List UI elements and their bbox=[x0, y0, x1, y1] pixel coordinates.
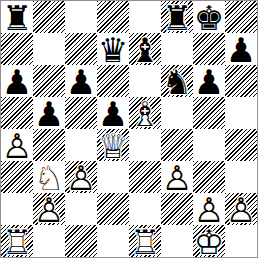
piece-black-pawn[interactable]: ♟♟ bbox=[225, 33, 257, 65]
square-c2[interactable] bbox=[65, 193, 97, 225]
square-e1[interactable]: ♜♖ bbox=[129, 225, 161, 257]
square-f4[interactable] bbox=[161, 129, 193, 161]
piece-black-pawn[interactable]: ♟♟ bbox=[65, 65, 97, 97]
square-f1[interactable] bbox=[161, 225, 193, 257]
square-e3[interactable] bbox=[129, 161, 161, 193]
piece-glyph: ♕ bbox=[98, 129, 128, 163]
piece-black-king[interactable]: ♚♚ bbox=[193, 1, 225, 33]
square-d1[interactable] bbox=[97, 225, 129, 257]
piece-glyph: ♟ bbox=[194, 65, 224, 99]
square-c3[interactable]: ♟♙ bbox=[65, 161, 97, 193]
square-f8[interactable]: ♜♜ bbox=[161, 1, 193, 33]
piece-glyph: ♟ bbox=[226, 33, 256, 67]
square-a5[interactable] bbox=[1, 97, 33, 129]
square-e8[interactable] bbox=[129, 1, 161, 33]
piece-glyph: ♛ bbox=[98, 33, 128, 67]
piece-white-knight[interactable]: ♞♘ bbox=[33, 161, 65, 193]
piece-glyph: ♙ bbox=[162, 161, 192, 195]
square-b5[interactable]: ♟♟ bbox=[33, 97, 65, 129]
piece-glyph: ♟ bbox=[34, 97, 64, 131]
square-d3[interactable] bbox=[97, 161, 129, 193]
piece-glyph: ♟ bbox=[66, 65, 96, 99]
piece-white-pawn[interactable]: ♟♙ bbox=[193, 193, 225, 225]
square-h8[interactable] bbox=[225, 1, 257, 33]
square-d5[interactable]: ♟♟ bbox=[97, 97, 129, 129]
square-h4[interactable] bbox=[225, 129, 257, 161]
square-d2[interactable] bbox=[97, 193, 129, 225]
piece-glyph: ♔ bbox=[194, 225, 224, 258]
square-e4[interactable] bbox=[129, 129, 161, 161]
square-g4[interactable] bbox=[193, 129, 225, 161]
piece-white-pawn[interactable]: ♟♙ bbox=[161, 161, 193, 193]
square-g5[interactable] bbox=[193, 97, 225, 129]
piece-white-king[interactable]: ♚♔ bbox=[193, 225, 225, 257]
piece-glyph: ♞ bbox=[162, 65, 192, 99]
piece-glyph: ♖ bbox=[2, 225, 32, 258]
piece-white-pawn[interactable]: ♟♙ bbox=[1, 129, 33, 161]
piece-glyph: ♙ bbox=[226, 193, 256, 227]
piece-black-bishop[interactable]: ♝♝ bbox=[129, 33, 161, 65]
square-b4[interactable] bbox=[33, 129, 65, 161]
square-b3[interactable]: ♞♘ bbox=[33, 161, 65, 193]
square-g6[interactable]: ♟♟ bbox=[193, 65, 225, 97]
square-h7[interactable]: ♟♟ bbox=[225, 33, 257, 65]
chess-board-frame: ♜♜♜♜♚♚♛♛♝♝♟♟♟♟♟♟♞♞♟♟♟♟♟♟♝♗♟♙♛♕♞♘♟♙♟♙♟♙♟♙… bbox=[0, 0, 258, 258]
piece-glyph: ♗ bbox=[130, 97, 160, 131]
square-e2[interactable] bbox=[129, 193, 161, 225]
square-a3[interactable] bbox=[1, 161, 33, 193]
piece-glyph: ♙ bbox=[2, 129, 32, 163]
piece-white-pawn[interactable]: ♟♙ bbox=[225, 193, 257, 225]
piece-glyph: ♟ bbox=[2, 65, 32, 99]
chess-board: ♜♜♜♜♚♚♛♛♝♝♟♟♟♟♟♟♞♞♟♟♟♟♟♟♝♗♟♙♛♕♞♘♟♙♟♙♟♙♟♙… bbox=[1, 1, 257, 257]
piece-glyph: ♝ bbox=[130, 33, 160, 67]
square-f3[interactable]: ♟♙ bbox=[161, 161, 193, 193]
square-b6[interactable] bbox=[33, 65, 65, 97]
piece-black-rook[interactable]: ♜♜ bbox=[161, 1, 193, 33]
square-a8[interactable]: ♜♜ bbox=[1, 1, 33, 33]
square-c8[interactable] bbox=[65, 1, 97, 33]
piece-white-queen[interactable]: ♛♕ bbox=[97, 129, 129, 161]
square-h2[interactable]: ♟♙ bbox=[225, 193, 257, 225]
square-b2[interactable]: ♟♙ bbox=[33, 193, 65, 225]
square-h6[interactable] bbox=[225, 65, 257, 97]
piece-black-pawn[interactable]: ♟♟ bbox=[33, 97, 65, 129]
square-f5[interactable] bbox=[161, 97, 193, 129]
square-h5[interactable] bbox=[225, 97, 257, 129]
piece-black-pawn[interactable]: ♟♟ bbox=[193, 65, 225, 97]
piece-glyph: ♜ bbox=[162, 1, 192, 35]
piece-glyph: ♙ bbox=[66, 161, 96, 195]
piece-white-bishop[interactable]: ♝♗ bbox=[129, 97, 161, 129]
square-a7[interactable] bbox=[1, 33, 33, 65]
square-f2[interactable] bbox=[161, 193, 193, 225]
square-e7[interactable]: ♝♝ bbox=[129, 33, 161, 65]
square-f6[interactable]: ♞♞ bbox=[161, 65, 193, 97]
piece-white-pawn[interactable]: ♟♙ bbox=[65, 161, 97, 193]
square-d7[interactable]: ♛♛ bbox=[97, 33, 129, 65]
piece-glyph: ♖ bbox=[130, 225, 160, 258]
square-b1[interactable] bbox=[33, 225, 65, 257]
square-h1[interactable] bbox=[225, 225, 257, 257]
piece-black-queen[interactable]: ♛♛ bbox=[97, 33, 129, 65]
piece-white-pawn[interactable]: ♟♙ bbox=[33, 193, 65, 225]
piece-glyph: ♜ bbox=[2, 1, 32, 35]
square-a6[interactable]: ♟♟ bbox=[1, 65, 33, 97]
square-c4[interactable] bbox=[65, 129, 97, 161]
square-d8[interactable] bbox=[97, 1, 129, 33]
square-c7[interactable] bbox=[65, 33, 97, 65]
square-a2[interactable] bbox=[1, 193, 33, 225]
square-g2[interactable]: ♟♙ bbox=[193, 193, 225, 225]
piece-black-rook[interactable]: ♜♜ bbox=[1, 1, 33, 33]
square-d4[interactable]: ♛♕ bbox=[97, 129, 129, 161]
piece-black-pawn[interactable]: ♟♟ bbox=[1, 65, 33, 97]
square-f7[interactable] bbox=[161, 33, 193, 65]
square-e5[interactable]: ♝♗ bbox=[129, 97, 161, 129]
square-c1[interactable] bbox=[65, 225, 97, 257]
square-g7[interactable] bbox=[193, 33, 225, 65]
square-e6[interactable] bbox=[129, 65, 161, 97]
square-a4[interactable]: ♟♙ bbox=[1, 129, 33, 161]
piece-black-pawn[interactable]: ♟♟ bbox=[97, 97, 129, 129]
square-g8[interactable]: ♚♚ bbox=[193, 1, 225, 33]
square-g1[interactable]: ♚♔ bbox=[193, 225, 225, 257]
piece-white-rook[interactable]: ♜♖ bbox=[1, 225, 33, 257]
square-c6[interactable]: ♟♟ bbox=[65, 65, 97, 97]
piece-white-rook[interactable]: ♜♖ bbox=[129, 225, 161, 257]
square-c5[interactable] bbox=[65, 97, 97, 129]
square-a1[interactable]: ♜♖ bbox=[1, 225, 33, 257]
square-d6[interactable] bbox=[97, 65, 129, 97]
piece-glyph: ♚ bbox=[194, 1, 224, 35]
square-b7[interactable] bbox=[33, 33, 65, 65]
piece-black-knight[interactable]: ♞♞ bbox=[161, 65, 193, 97]
square-h3[interactable] bbox=[225, 161, 257, 193]
square-b8[interactable] bbox=[33, 1, 65, 33]
piece-glyph: ♙ bbox=[34, 193, 64, 227]
square-g3[interactable] bbox=[193, 161, 225, 193]
